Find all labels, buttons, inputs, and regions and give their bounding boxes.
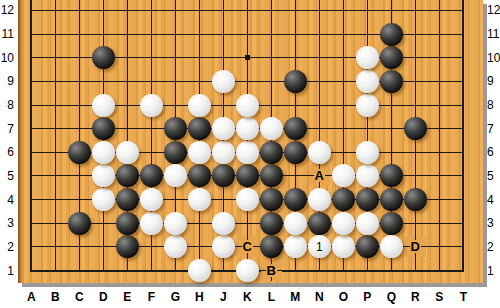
stone-black-P2[interactable]	[356, 235, 379, 258]
stone-black-M4[interactable]	[284, 188, 307, 211]
stone-white-J2[interactable]	[212, 235, 235, 258]
grid-line-vertical	[439, 0, 440, 272]
row-label-right-8: 8	[487, 97, 500, 113]
col-label-H: H	[189, 289, 209, 305]
stone-black-E5[interactable]	[116, 164, 139, 187]
row-label-right-11: 11	[487, 26, 500, 42]
star-point	[245, 55, 250, 60]
col-label-Q: Q	[381, 289, 401, 305]
stone-black-L4[interactable]	[260, 188, 283, 211]
col-label-K: K	[237, 289, 257, 305]
row-label-left-11: 11	[0, 26, 14, 42]
label-dash	[309, 175, 314, 176]
stone-white-F8[interactable]	[140, 94, 163, 117]
row-label-right-6: 6	[487, 144, 500, 160]
stone-black-Q4[interactable]	[380, 188, 403, 211]
stone-white-J6[interactable]	[212, 141, 235, 164]
grid-line-horizontal	[30, 10, 464, 11]
col-label-E: E	[117, 289, 137, 305]
stone-black-C6[interactable]	[68, 141, 91, 164]
stone-black-D10[interactable]	[92, 46, 115, 69]
stone-white-O3[interactable]	[332, 212, 355, 235]
stone-white-N2-numbered[interactable]: 1	[308, 235, 331, 258]
go-diagram: { "game": "Go", "board_size": 19, "visib…	[0, 0, 500, 308]
col-label-R: R	[405, 289, 425, 305]
col-label-J: J	[213, 289, 233, 305]
label-dash	[261, 270, 266, 271]
stone-white-D8[interactable]	[92, 94, 115, 117]
point-label-text: B	[267, 263, 276, 278]
row-label-right-9: 9	[487, 73, 500, 89]
col-label-C: C	[69, 289, 89, 305]
row-label-left-8: 8	[0, 97, 14, 113]
label-dash	[237, 246, 242, 247]
stone-white-D5[interactable]	[92, 164, 115, 187]
col-label-B: B	[45, 289, 65, 305]
stone-black-Q11[interactable]	[380, 23, 403, 46]
row-label-right-1: 1	[487, 263, 500, 279]
stone-black-R4[interactable]	[404, 188, 427, 211]
stone-black-O4[interactable]	[332, 188, 355, 211]
stone-black-Q3[interactable]	[380, 212, 403, 235]
stone-black-P4[interactable]	[356, 188, 379, 211]
row-label-right-3: 3	[487, 215, 500, 231]
stone-white-D6[interactable]	[92, 141, 115, 164]
label-dash	[247, 236, 248, 240]
label-dash	[247, 253, 248, 257]
stone-black-G6[interactable]	[164, 141, 187, 164]
stone-white-Q2[interactable]	[380, 235, 403, 258]
label-dash	[325, 175, 330, 176]
stone-black-L3[interactable]	[260, 212, 283, 235]
point-label-d: D	[405, 236, 426, 257]
label-dash	[271, 277, 272, 281]
stone-white-L7[interactable]	[260, 117, 283, 140]
stone-black-E2[interactable]	[116, 235, 139, 258]
col-label-P: P	[357, 289, 377, 305]
stone-white-K8[interactable]	[236, 94, 259, 117]
stone-white-F3[interactable]	[140, 212, 163, 235]
stone-white-G2[interactable]	[164, 235, 187, 258]
col-label-D: D	[93, 289, 113, 305]
label-dash	[415, 236, 416, 240]
row-label-right-5: 5	[487, 168, 500, 184]
row-label-left-12: 12	[0, 2, 14, 18]
stone-white-P10[interactable]	[356, 46, 379, 69]
stone-black-Q9[interactable]	[380, 70, 403, 93]
stone-white-K4[interactable]	[236, 188, 259, 211]
stone-black-J5[interactable]	[212, 164, 235, 187]
stone-white-H6[interactable]	[188, 141, 211, 164]
stone-black-N3[interactable]	[308, 212, 331, 235]
stone-white-P5[interactable]	[356, 164, 379, 187]
label-dash	[253, 246, 258, 247]
stone-black-M6[interactable]	[284, 141, 307, 164]
row-label-left-9: 9	[0, 73, 14, 89]
stone-white-J7[interactable]	[212, 117, 235, 140]
stone-black-K5[interactable]	[236, 164, 259, 187]
stone-black-M7[interactable]	[284, 117, 307, 140]
goban[interactable]: ABCD1	[18, 0, 483, 283]
stone-black-Q5[interactable]	[380, 164, 403, 187]
stone-black-R7[interactable]	[404, 117, 427, 140]
stone-white-N6[interactable]	[308, 141, 331, 164]
stone-white-P9[interactable]	[356, 70, 379, 93]
stone-white-H8[interactable]	[188, 94, 211, 117]
stone-white-M3[interactable]	[284, 212, 307, 235]
stone-white-K7[interactable]	[236, 117, 259, 140]
label-dash	[277, 270, 282, 271]
stone-white-J3[interactable]	[212, 212, 235, 235]
point-label-text: D	[411, 239, 420, 254]
label-dash	[421, 246, 426, 247]
row-label-right-10: 10	[487, 50, 500, 66]
row-label-right-4: 4	[487, 192, 500, 208]
stone-black-M9[interactable]	[284, 70, 307, 93]
row-label-left-5: 5	[0, 168, 14, 184]
row-label-right-2: 2	[487, 239, 500, 255]
col-label-A: A	[21, 289, 41, 305]
col-label-T: T	[453, 289, 473, 305]
grid-line-vertical	[30, 0, 32, 272]
stone-white-H1[interactable]	[188, 259, 211, 282]
stone-white-O2[interactable]	[332, 235, 355, 258]
row-label-left-7: 7	[0, 121, 14, 137]
stone-white-N4[interactable]	[308, 188, 331, 211]
point-label-text: A	[315, 168, 324, 183]
stone-black-F5[interactable]	[140, 164, 163, 187]
stone-white-O5[interactable]	[332, 164, 355, 187]
point-label-text: C	[243, 239, 252, 254]
stone-black-L5[interactable]	[260, 164, 283, 187]
stone-black-E3[interactable]	[116, 212, 139, 235]
stone-black-D7[interactable]	[92, 117, 115, 140]
stone-black-Q10[interactable]	[380, 46, 403, 69]
stone-white-D4[interactable]	[92, 188, 115, 211]
col-label-N: N	[309, 289, 329, 305]
stone-black-L2[interactable]	[260, 235, 283, 258]
row-label-right-7: 7	[487, 121, 500, 137]
point-label-c: C	[237, 236, 258, 257]
grid-line-vertical	[55, 0, 56, 272]
stone-white-P8[interactable]	[356, 94, 379, 117]
col-label-S: S	[429, 289, 449, 305]
label-dash	[271, 260, 272, 264]
stone-white-H4[interactable]	[188, 188, 211, 211]
stone-white-K6[interactable]	[236, 141, 259, 164]
label-dash	[405, 246, 410, 247]
point-label-b: B	[261, 260, 282, 281]
grid-line-vertical	[462, 0, 464, 272]
stone-white-G3[interactable]	[164, 212, 187, 235]
stone-white-K1[interactable]	[236, 259, 259, 282]
stone-white-E6[interactable]	[116, 141, 139, 164]
row-label-right-12: 12	[487, 2, 500, 18]
col-label-G: G	[165, 289, 185, 305]
stone-white-P6[interactable]	[356, 141, 379, 164]
row-label-left-10: 10	[0, 50, 14, 66]
stone-black-H7[interactable]	[188, 117, 211, 140]
point-label-a: A	[309, 165, 330, 186]
stone-black-C3[interactable]	[68, 212, 91, 235]
stone-white-J9[interactable]	[212, 70, 235, 93]
col-label-L: L	[261, 289, 281, 305]
col-label-M: M	[285, 289, 305, 305]
row-label-left-1: 1	[0, 263, 14, 279]
stone-white-G5[interactable]	[164, 164, 187, 187]
stone-black-G7[interactable]	[164, 117, 187, 140]
stone-white-F4[interactable]	[140, 188, 163, 211]
stone-white-M2[interactable]	[284, 235, 307, 258]
row-label-left-3: 3	[0, 215, 14, 231]
col-label-O: O	[333, 289, 353, 305]
label-dash	[319, 182, 320, 186]
stone-black-H5[interactable]	[188, 164, 211, 187]
label-dash	[415, 253, 416, 257]
stone-black-E4[interactable]	[116, 188, 139, 211]
row-label-left-2: 2	[0, 239, 14, 255]
row-label-left-4: 4	[0, 192, 14, 208]
stone-white-P3[interactable]	[356, 212, 379, 235]
row-label-left-6: 6	[0, 144, 14, 160]
col-label-F: F	[141, 289, 161, 305]
label-dash	[319, 165, 320, 169]
stone-black-L6[interactable]	[260, 141, 283, 164]
